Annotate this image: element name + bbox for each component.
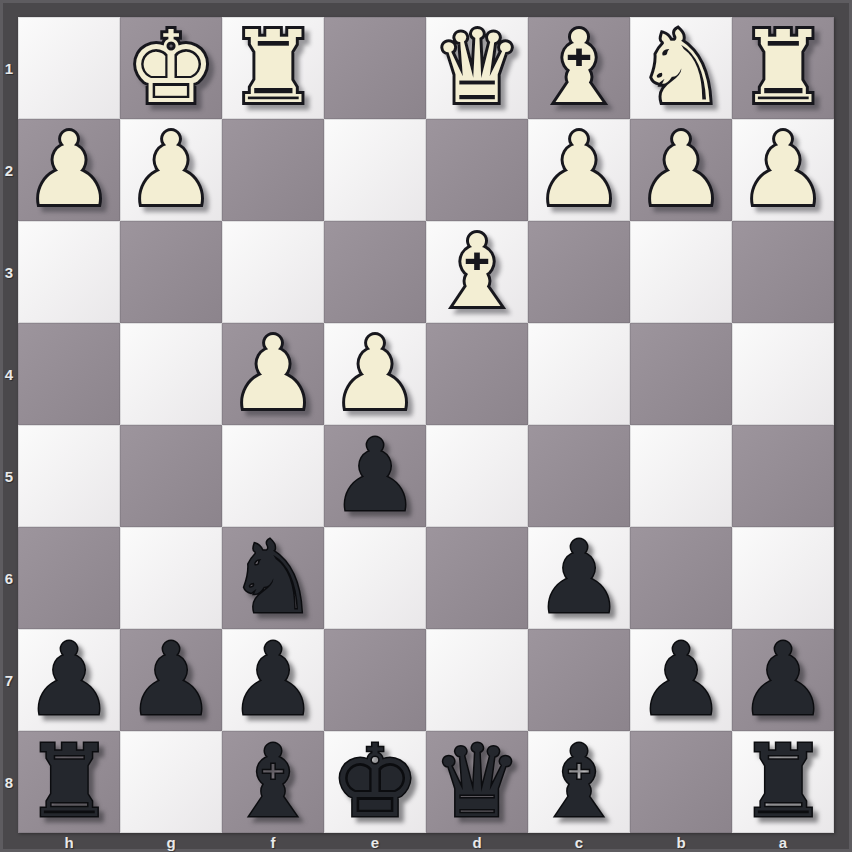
square-d4[interactable]	[426, 323, 528, 425]
black-pawn-icon[interactable]: ♟	[636, 630, 726, 730]
black-pawn-icon[interactable]: ♟	[24, 630, 114, 730]
square-h2[interactable]: ♟	[18, 119, 120, 221]
black-pawn-icon[interactable]: ♟	[330, 426, 420, 526]
square-c7[interactable]	[528, 629, 630, 731]
square-d6[interactable]	[426, 527, 528, 629]
black-rook-icon[interactable]: ♜	[24, 732, 114, 832]
square-d3[interactable]: ♝	[426, 221, 528, 323]
square-b2[interactable]: ♟	[630, 119, 732, 221]
black-pawn-icon[interactable]: ♟	[228, 630, 318, 730]
white-pawn-icon[interactable]: ♟	[330, 324, 420, 424]
square-a3[interactable]	[732, 221, 834, 323]
white-bishop-icon[interactable]: ♝	[432, 222, 522, 322]
square-g1[interactable]: ♚	[120, 17, 222, 119]
square-h8[interactable]: ♜	[18, 731, 120, 833]
black-pawn-icon[interactable]: ♟	[738, 630, 828, 730]
square-d8[interactable]: ♛	[426, 731, 528, 833]
rank-label-2: 2	[0, 119, 18, 221]
square-h5[interactable]	[18, 425, 120, 527]
square-c3[interactable]	[528, 221, 630, 323]
black-king-icon[interactable]: ♚	[330, 732, 420, 832]
square-e3[interactable]	[324, 221, 426, 323]
square-g5[interactable]	[120, 425, 222, 527]
rank-label-3: 3	[0, 221, 18, 323]
square-f3[interactable]	[222, 221, 324, 323]
square-h3[interactable]	[18, 221, 120, 323]
square-e6[interactable]	[324, 527, 426, 629]
square-d1[interactable]: ♛	[426, 17, 528, 119]
square-c5[interactable]	[528, 425, 630, 527]
rank-label-8: 8	[0, 731, 18, 833]
square-g2[interactable]: ♟	[120, 119, 222, 221]
rank-label-5: 5	[0, 425, 18, 527]
white-bishop-icon[interactable]: ♝	[534, 18, 624, 118]
white-knight-icon[interactable]: ♞	[636, 18, 726, 118]
square-c2[interactable]: ♟	[528, 119, 630, 221]
square-b7[interactable]: ♟	[630, 629, 732, 731]
square-a6[interactable]	[732, 527, 834, 629]
square-f5[interactable]	[222, 425, 324, 527]
rank-label-1: 1	[0, 17, 18, 119]
square-e1[interactable]	[324, 17, 426, 119]
white-pawn-icon[interactable]: ♟	[534, 120, 624, 220]
black-bishop-icon[interactable]: ♝	[534, 732, 624, 832]
rank-label-7: 7	[0, 629, 18, 731]
black-pawn-icon[interactable]: ♟	[126, 630, 216, 730]
square-f4[interactable]: ♟	[222, 323, 324, 425]
square-b3[interactable]	[630, 221, 732, 323]
white-pawn-icon[interactable]: ♟	[126, 120, 216, 220]
square-f2[interactable]	[222, 119, 324, 221]
square-g4[interactable]	[120, 323, 222, 425]
square-b8[interactable]	[630, 731, 732, 833]
file-label-b: b	[630, 833, 732, 852]
white-king-icon[interactable]: ♚	[126, 18, 216, 118]
white-pawn-icon[interactable]: ♟	[228, 324, 318, 424]
file-coordinates: hgfedcba	[18, 833, 834, 852]
square-d2[interactable]	[426, 119, 528, 221]
white-queen-icon[interactable]: ♛	[432, 18, 522, 118]
white-pawn-icon[interactable]: ♟	[636, 120, 726, 220]
square-a8[interactable]: ♜	[732, 731, 834, 833]
square-g6[interactable]	[120, 527, 222, 629]
chess-board-window: 12345678 hgfedcba ♚♜♛♝♞♜♟♟♟♟♟♝♟♟♟♞♟♟♟♟♟♟…	[0, 0, 852, 852]
square-h6[interactable]	[18, 527, 120, 629]
square-b5[interactable]	[630, 425, 732, 527]
square-d7[interactable]	[426, 629, 528, 731]
square-d5[interactable]	[426, 425, 528, 527]
rank-label-6: 6	[0, 527, 18, 629]
square-a1[interactable]: ♜	[732, 17, 834, 119]
square-f6[interactable]: ♞	[222, 527, 324, 629]
square-c4[interactable]	[528, 323, 630, 425]
square-a2[interactable]: ♟	[732, 119, 834, 221]
square-g3[interactable]	[120, 221, 222, 323]
square-e7[interactable]	[324, 629, 426, 731]
rank-coordinates: 12345678	[0, 17, 18, 833]
white-pawn-icon[interactable]: ♟	[24, 120, 114, 220]
square-g7[interactable]: ♟	[120, 629, 222, 731]
square-b6[interactable]	[630, 527, 732, 629]
square-f8[interactable]: ♝	[222, 731, 324, 833]
square-f7[interactable]: ♟	[222, 629, 324, 731]
black-queen-icon[interactable]: ♛	[432, 732, 522, 832]
square-a7[interactable]: ♟	[732, 629, 834, 731]
black-pawn-icon[interactable]: ♟	[534, 528, 624, 628]
white-rook-icon[interactable]: ♜	[738, 18, 828, 118]
square-c8[interactable]: ♝	[528, 731, 630, 833]
square-h1[interactable]	[18, 17, 120, 119]
square-a5[interactable]	[732, 425, 834, 527]
square-c6[interactable]: ♟	[528, 527, 630, 629]
black-bishop-icon[interactable]: ♝	[228, 732, 318, 832]
square-b4[interactable]	[630, 323, 732, 425]
square-e8[interactable]: ♚	[324, 731, 426, 833]
chess-board: ♚♜♛♝♞♜♟♟♟♟♟♝♟♟♟♞♟♟♟♟♟♟♜♝♚♛♝♜	[18, 17, 834, 833]
black-knight-icon[interactable]: ♞	[228, 528, 318, 628]
square-f1[interactable]: ♜	[222, 17, 324, 119]
square-a4[interactable]	[732, 323, 834, 425]
square-b1[interactable]: ♞	[630, 17, 732, 119]
file-label-g: g	[120, 833, 222, 852]
square-c1[interactable]: ♝	[528, 17, 630, 119]
square-g8[interactable]	[120, 731, 222, 833]
square-h4[interactable]	[18, 323, 120, 425]
square-e5[interactable]: ♟	[324, 425, 426, 527]
white-rook-icon[interactable]: ♜	[228, 18, 318, 118]
rank-label-4: 4	[0, 323, 18, 425]
white-pawn-icon[interactable]: ♟	[738, 120, 828, 220]
square-e2[interactable]	[324, 119, 426, 221]
black-rook-icon[interactable]: ♜	[738, 732, 828, 832]
square-e4[interactable]: ♟	[324, 323, 426, 425]
square-h7[interactable]: ♟	[18, 629, 120, 731]
